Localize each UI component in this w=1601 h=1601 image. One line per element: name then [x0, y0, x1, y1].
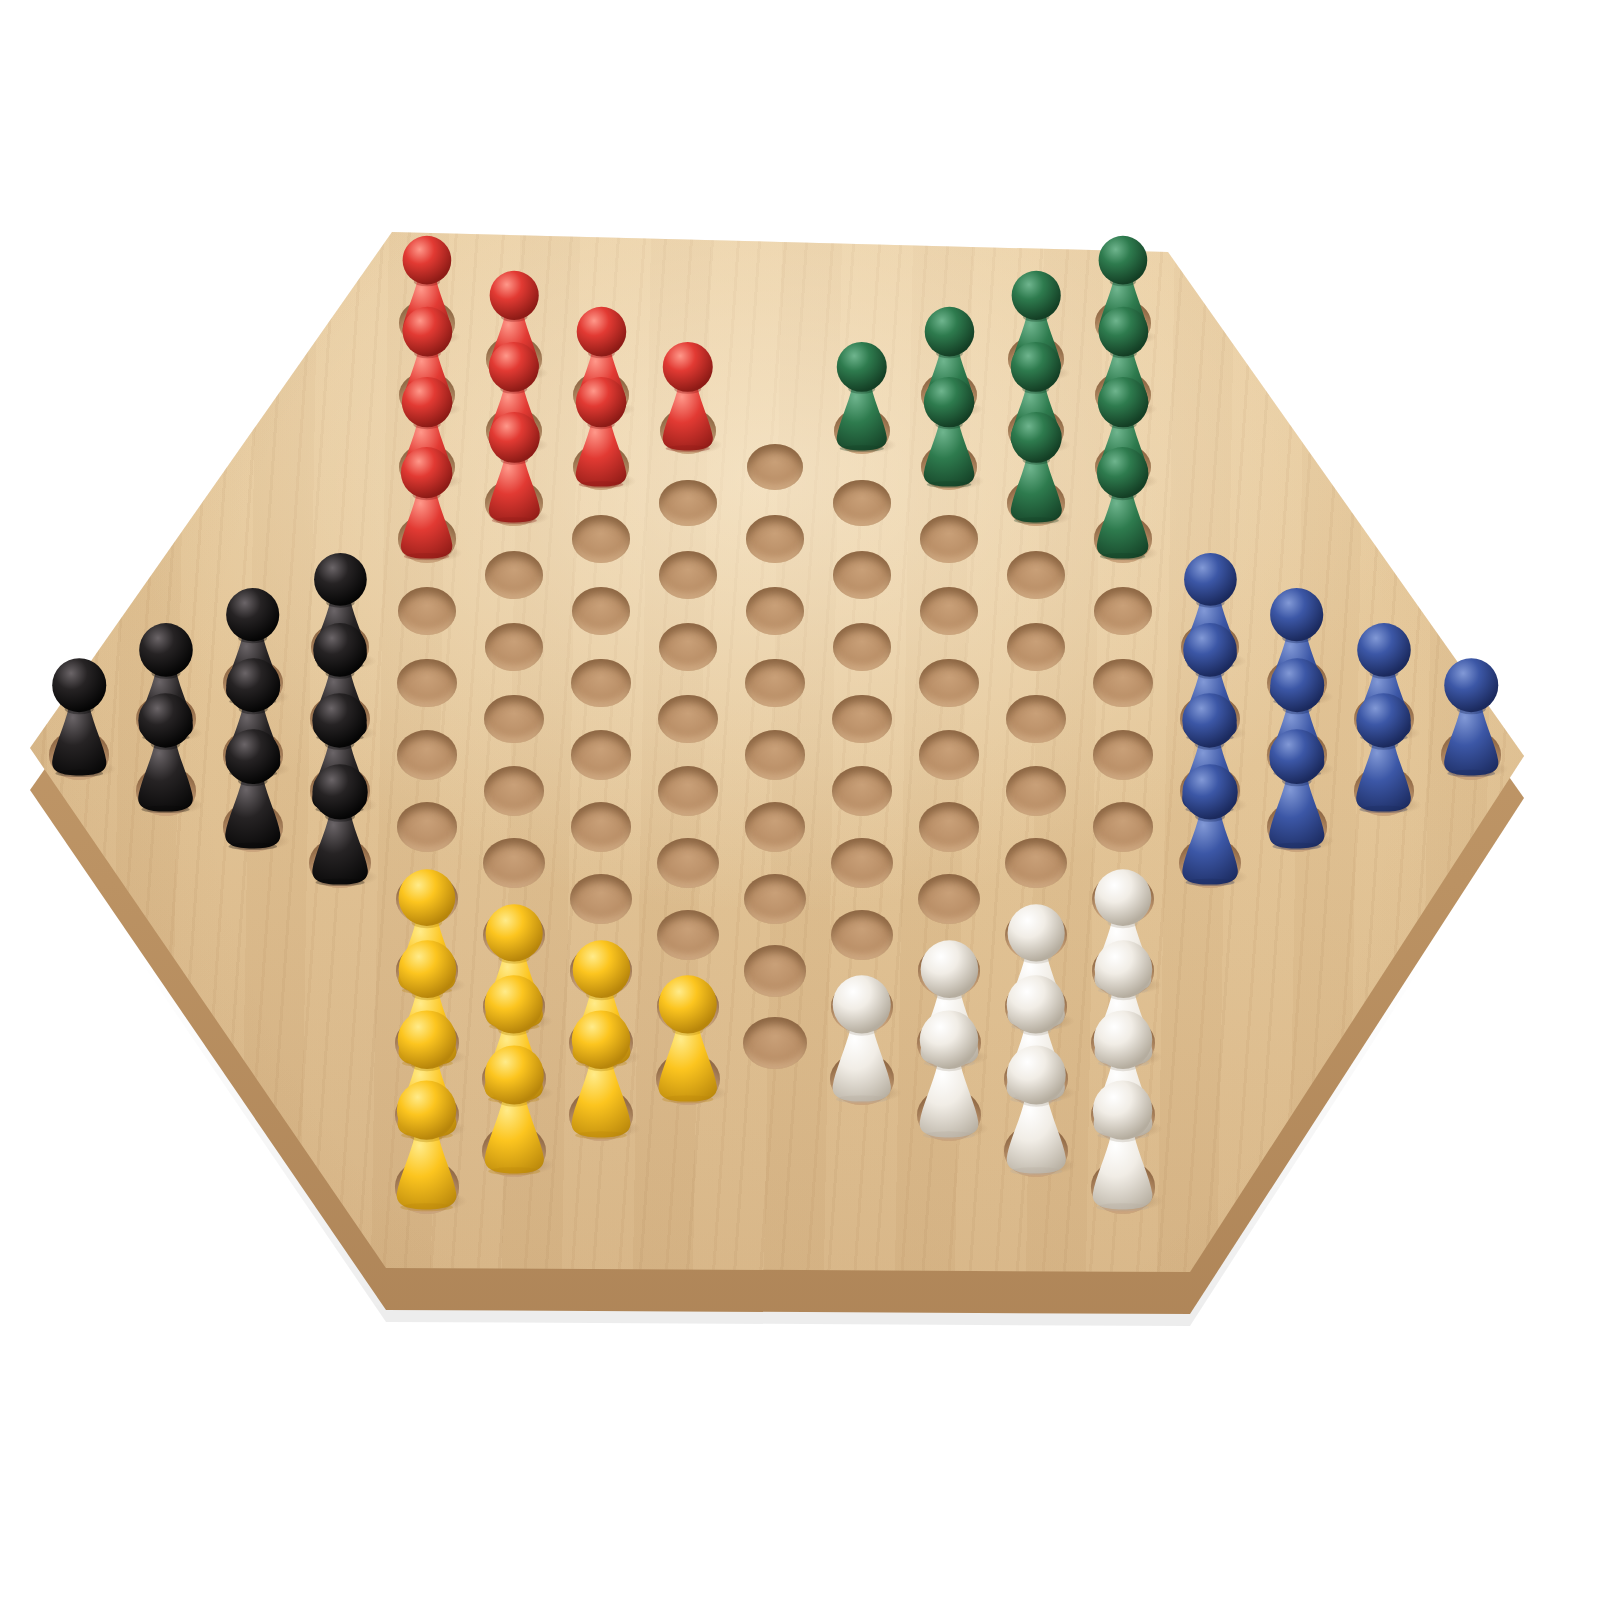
product-photo-scene [0, 0, 1601, 1601]
board-hole[interactable] [833, 480, 890, 527]
board-hole[interactable] [658, 695, 718, 744]
blue-peg[interactable] [1263, 726, 1331, 851]
board-hole[interactable] [485, 551, 543, 599]
board-hole[interactable] [571, 802, 632, 852]
board-hole[interactable] [572, 587, 630, 635]
board-hole[interactable] [658, 766, 718, 816]
board-hole[interactable] [919, 659, 978, 708]
board-hole[interactable] [1093, 730, 1153, 779]
red-peg[interactable] [570, 374, 632, 488]
board-hole[interactable] [745, 659, 804, 708]
board-hole[interactable] [1094, 587, 1152, 635]
board-hole[interactable] [570, 874, 632, 925]
board-hole[interactable] [485, 623, 544, 671]
board-hole[interactable] [397, 659, 456, 708]
board-hole[interactable] [743, 1017, 806, 1069]
board-hole[interactable] [1007, 623, 1066, 671]
white-peg[interactable] [1000, 1042, 1073, 1176]
board-hole[interactable] [657, 838, 718, 888]
board-hole[interactable] [920, 515, 978, 562]
board-hole[interactable] [918, 874, 980, 925]
board-hole[interactable] [398, 587, 456, 635]
white-peg[interactable] [913, 1007, 985, 1140]
board-hole[interactable] [746, 587, 804, 635]
white-peg[interactable] [826, 972, 897, 1104]
white-peg[interactable] [1086, 1077, 1159, 1212]
board-hole[interactable] [571, 730, 631, 779]
board-hole[interactable] [833, 623, 892, 671]
yellow-peg[interactable] [565, 1007, 637, 1140]
red-peg[interactable] [395, 444, 458, 561]
board-hole[interactable] [1093, 659, 1152, 708]
board-hole[interactable] [397, 730, 457, 779]
board-hole[interactable] [744, 945, 806, 996]
board-hole[interactable] [832, 766, 892, 816]
board-hole[interactable] [832, 695, 892, 744]
board-hole[interactable] [1006, 695, 1066, 744]
green-peg[interactable] [1091, 444, 1154, 561]
board-hole[interactable] [484, 695, 544, 744]
board-hole[interactable] [659, 623, 718, 671]
yellow-peg[interactable] [390, 1077, 463, 1212]
board-hole[interactable] [1005, 838, 1066, 888]
board-hole[interactable] [659, 480, 716, 527]
board-hole[interactable] [919, 730, 979, 779]
board-hole[interactable] [483, 838, 544, 888]
board-hole[interactable] [1007, 551, 1065, 599]
yellow-peg[interactable] [478, 1042, 551, 1176]
board-hole[interactable] [831, 838, 892, 888]
board-hole[interactable] [831, 910, 893, 961]
board-hole[interactable] [484, 766, 544, 816]
blue-peg[interactable] [1350, 690, 1417, 814]
black-peg[interactable] [219, 726, 287, 851]
blue-peg[interactable] [1176, 761, 1244, 887]
board-hole[interactable] [920, 587, 978, 635]
green-peg[interactable] [1005, 409, 1068, 524]
board-hole[interactable] [571, 659, 630, 708]
board-hole[interactable] [1006, 766, 1066, 816]
board-hole[interactable] [745, 730, 805, 779]
black-peg[interactable] [306, 761, 374, 887]
blue-peg[interactable] [1438, 655, 1505, 778]
board-hole[interactable] [1093, 802, 1154, 852]
board-hole[interactable] [397, 802, 458, 852]
black-peg[interactable] [132, 690, 199, 814]
green-peg[interactable] [831, 339, 893, 452]
board-hole[interactable] [572, 515, 630, 562]
green-peg[interactable] [918, 374, 980, 488]
board-hole[interactable] [659, 551, 717, 599]
board-hole[interactable] [657, 910, 719, 961]
board-hole[interactable] [745, 802, 806, 852]
board-hole[interactable] [833, 551, 891, 599]
red-peg[interactable] [483, 409, 546, 524]
board-hole[interactable] [746, 515, 804, 562]
board-hole[interactable] [919, 802, 980, 852]
black-peg[interactable] [46, 655, 113, 778]
board-hole[interactable] [744, 874, 806, 925]
yellow-peg[interactable] [652, 972, 723, 1104]
red-peg[interactable] [657, 339, 719, 452]
pegs-layer [0, 0, 1601, 1601]
